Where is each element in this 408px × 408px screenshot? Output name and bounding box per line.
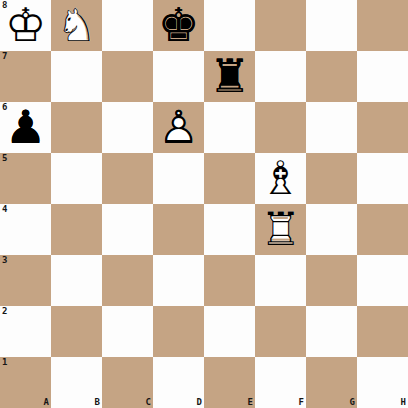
square-a4[interactable]: 4 bbox=[0, 204, 51, 255]
square-b5[interactable] bbox=[51, 153, 102, 204]
rank-label-5: 5 bbox=[2, 154, 7, 163]
square-h4[interactable] bbox=[357, 204, 408, 255]
square-a8[interactable]: 8♚♔ bbox=[0, 0, 51, 51]
square-d6[interactable]: ♟♙ bbox=[153, 102, 204, 153]
white-rook-glyph: ♖ bbox=[255, 204, 306, 255]
square-f2[interactable] bbox=[255, 306, 306, 357]
square-e5[interactable] bbox=[204, 153, 255, 204]
square-d1[interactable]: D bbox=[153, 357, 204, 408]
file-label-a: A bbox=[44, 398, 49, 407]
chess-board: 8♚♔♞♘♚♚7♜♜6♟♟♟♙5♝♗4♜♖321ABCDEFGH bbox=[0, 0, 408, 408]
square-a1[interactable]: 1A bbox=[0, 357, 51, 408]
rank-label-7: 7 bbox=[2, 52, 7, 61]
white-king[interactable]: ♚♔ bbox=[0, 0, 51, 51]
square-g8[interactable] bbox=[306, 0, 357, 51]
square-g7[interactable] bbox=[306, 51, 357, 102]
square-a7[interactable]: 7 bbox=[0, 51, 51, 102]
square-h8[interactable] bbox=[357, 0, 408, 51]
square-a6[interactable]: 6♟♟ bbox=[0, 102, 51, 153]
rank-label-4: 4 bbox=[2, 205, 7, 214]
rank-label-2: 2 bbox=[2, 307, 7, 316]
square-c2[interactable] bbox=[102, 306, 153, 357]
white-king-glyph: ♔ bbox=[0, 0, 51, 51]
square-a3[interactable]: 3 bbox=[0, 255, 51, 306]
square-c1[interactable]: C bbox=[102, 357, 153, 408]
file-label-b: B bbox=[95, 398, 100, 407]
square-d4[interactable] bbox=[153, 204, 204, 255]
black-king-glyph: ♚ bbox=[153, 0, 204, 51]
file-label-h: H bbox=[401, 398, 406, 407]
file-label-e: E bbox=[248, 398, 253, 407]
square-h7[interactable] bbox=[357, 51, 408, 102]
square-c7[interactable] bbox=[102, 51, 153, 102]
white-knight-glyph: ♘ bbox=[51, 0, 102, 51]
square-f3[interactable] bbox=[255, 255, 306, 306]
white-bishop-glyph: ♗ bbox=[255, 153, 306, 204]
square-h1[interactable]: H bbox=[357, 357, 408, 408]
square-f8[interactable] bbox=[255, 0, 306, 51]
square-e7[interactable]: ♜♜ bbox=[204, 51, 255, 102]
square-e4[interactable] bbox=[204, 204, 255, 255]
square-c4[interactable] bbox=[102, 204, 153, 255]
square-h3[interactable] bbox=[357, 255, 408, 306]
rank-label-1: 1 bbox=[2, 358, 7, 367]
square-g1[interactable]: G bbox=[306, 357, 357, 408]
file-label-g: G bbox=[350, 398, 355, 407]
black-pawn-glyph: ♟ bbox=[0, 102, 51, 153]
square-e1[interactable]: E bbox=[204, 357, 255, 408]
square-h6[interactable] bbox=[357, 102, 408, 153]
rank-label-3: 3 bbox=[2, 256, 7, 265]
square-a2[interactable]: 2 bbox=[0, 306, 51, 357]
file-label-c: C bbox=[146, 398, 151, 407]
square-d8[interactable]: ♚♚ bbox=[153, 0, 204, 51]
square-g2[interactable] bbox=[306, 306, 357, 357]
square-f4[interactable]: ♜♖ bbox=[255, 204, 306, 255]
square-f1[interactable]: F bbox=[255, 357, 306, 408]
black-rook[interactable]: ♜♜ bbox=[204, 51, 255, 102]
white-rook[interactable]: ♜♖ bbox=[255, 204, 306, 255]
square-b1[interactable]: B bbox=[51, 357, 102, 408]
square-d3[interactable] bbox=[153, 255, 204, 306]
square-b7[interactable] bbox=[51, 51, 102, 102]
black-pawn[interactable]: ♟♟ bbox=[0, 102, 51, 153]
square-b4[interactable] bbox=[51, 204, 102, 255]
square-g5[interactable] bbox=[306, 153, 357, 204]
square-b2[interactable] bbox=[51, 306, 102, 357]
white-pawn[interactable]: ♟♙ bbox=[153, 102, 204, 153]
square-e8[interactable] bbox=[204, 0, 255, 51]
file-label-d: D bbox=[197, 398, 202, 407]
square-e3[interactable] bbox=[204, 255, 255, 306]
square-c5[interactable] bbox=[102, 153, 153, 204]
black-rook-glyph: ♜ bbox=[204, 51, 255, 102]
square-h2[interactable] bbox=[357, 306, 408, 357]
square-b3[interactable] bbox=[51, 255, 102, 306]
white-bishop[interactable]: ♝♗ bbox=[255, 153, 306, 204]
square-b8[interactable]: ♞♘ bbox=[51, 0, 102, 51]
square-f7[interactable] bbox=[255, 51, 306, 102]
white-pawn-glyph: ♙ bbox=[153, 102, 204, 153]
square-c6[interactable] bbox=[102, 102, 153, 153]
square-h5[interactable] bbox=[357, 153, 408, 204]
square-g3[interactable] bbox=[306, 255, 357, 306]
square-c8[interactable] bbox=[102, 0, 153, 51]
square-e2[interactable] bbox=[204, 306, 255, 357]
square-f6[interactable] bbox=[255, 102, 306, 153]
white-knight[interactable]: ♞♘ bbox=[51, 0, 102, 51]
square-a5[interactable]: 5 bbox=[0, 153, 51, 204]
square-d7[interactable] bbox=[153, 51, 204, 102]
square-f5[interactable]: ♝♗ bbox=[255, 153, 306, 204]
square-d5[interactable] bbox=[153, 153, 204, 204]
square-g4[interactable] bbox=[306, 204, 357, 255]
square-b6[interactable] bbox=[51, 102, 102, 153]
file-label-f: F bbox=[299, 398, 304, 407]
square-e6[interactable] bbox=[204, 102, 255, 153]
black-king[interactable]: ♚♚ bbox=[153, 0, 204, 51]
square-c3[interactable] bbox=[102, 255, 153, 306]
square-g6[interactable] bbox=[306, 102, 357, 153]
square-d2[interactable] bbox=[153, 306, 204, 357]
